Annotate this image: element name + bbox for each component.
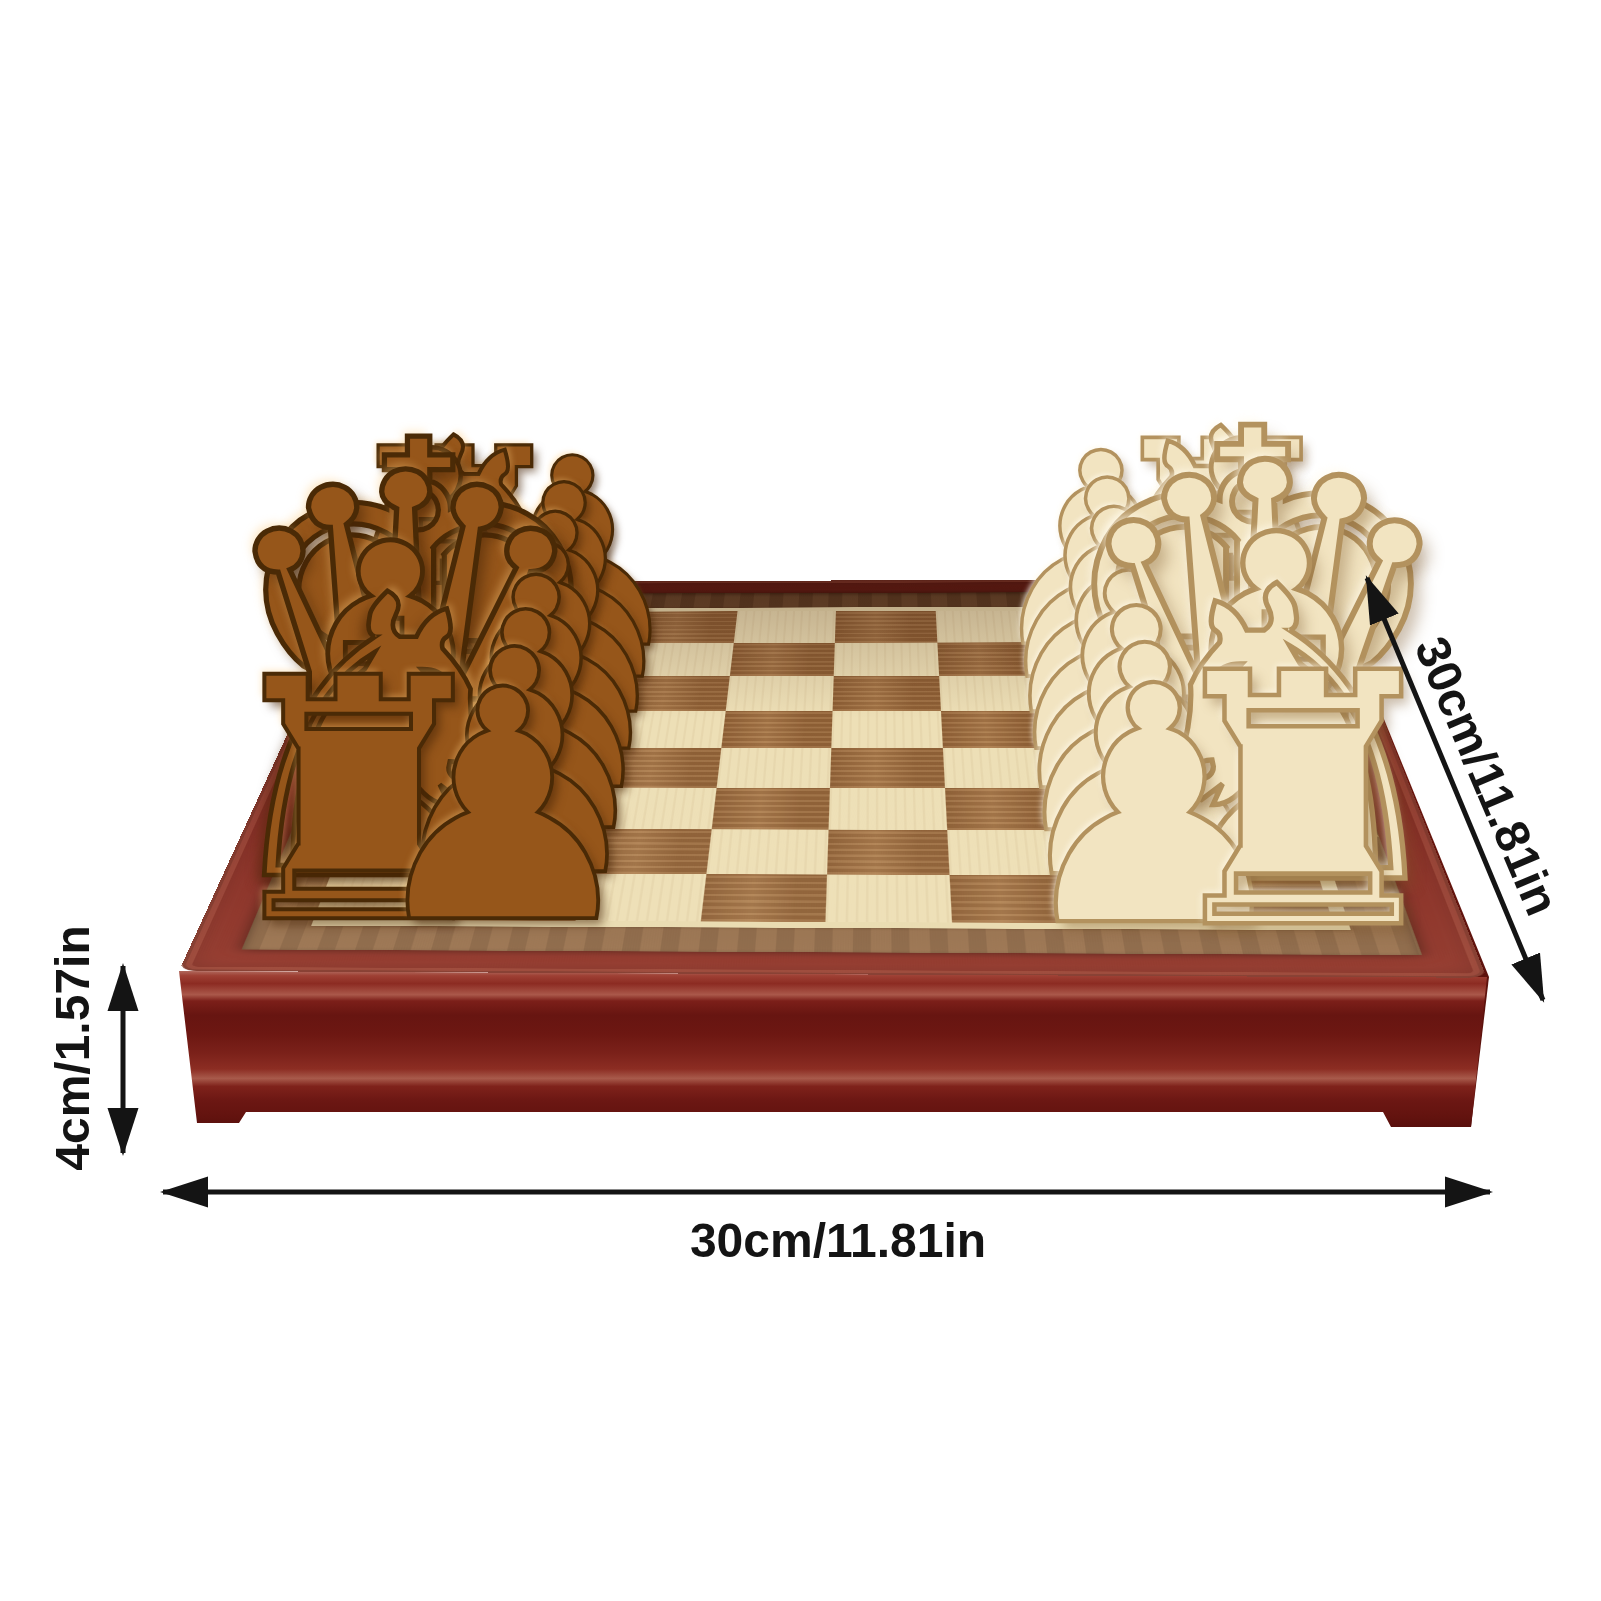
square-e1 xyxy=(1158,711,1279,749)
square-e7 xyxy=(501,711,618,748)
square-c7 xyxy=(478,787,603,829)
square-b2 xyxy=(1065,830,1194,875)
square-g5 xyxy=(729,643,835,676)
square-d1 xyxy=(1166,748,1291,788)
square-d2 xyxy=(1054,748,1175,788)
square-d4 xyxy=(830,748,944,788)
square-e2 xyxy=(1049,711,1166,748)
square-d5 xyxy=(716,748,831,788)
chessboard xyxy=(179,579,1487,978)
square-a2 xyxy=(1071,875,1205,923)
square-g7 xyxy=(522,643,632,676)
checkerboard-field xyxy=(328,610,1333,924)
square-c1 xyxy=(1175,788,1304,831)
square-a4 xyxy=(825,874,951,922)
square-h4 xyxy=(835,611,937,643)
square-d8 xyxy=(378,748,502,787)
square-e5 xyxy=(721,711,833,748)
square-g3 xyxy=(937,642,1044,675)
square-f6 xyxy=(618,676,729,711)
square-b8 xyxy=(346,829,478,874)
square-c6 xyxy=(594,787,716,829)
square-a6 xyxy=(576,874,706,922)
square-g8 xyxy=(419,643,532,676)
square-e8 xyxy=(392,711,512,748)
square-f3 xyxy=(939,676,1049,711)
square-d6 xyxy=(603,748,721,787)
square-h8 xyxy=(431,612,540,643)
square-c5 xyxy=(711,788,830,830)
square-g2 xyxy=(1039,642,1149,676)
square-c2 xyxy=(1059,788,1184,830)
square-a8 xyxy=(328,873,465,921)
square-h7 xyxy=(531,612,638,644)
square-b3 xyxy=(947,830,1072,875)
square-c4 xyxy=(829,788,947,830)
square-f8 xyxy=(406,676,522,711)
square-a5 xyxy=(700,874,827,922)
square-g6 xyxy=(625,643,733,676)
product-photo-scene: ♜♟♟♜♞♟♟♞♝♟♟♝♚♟♟♚♛♟♟♛♝♟♟♝♞♟♟♞♜♟♟♜ 30cm/11… xyxy=(0,0,1601,1601)
square-c3 xyxy=(944,788,1065,830)
square-h6 xyxy=(632,611,737,643)
square-g1 xyxy=(1142,642,1256,676)
square-d3 xyxy=(942,748,1059,788)
square-b5 xyxy=(706,829,829,874)
square-f1 xyxy=(1150,675,1267,710)
square-e6 xyxy=(611,711,725,748)
square-h2 xyxy=(1035,610,1142,642)
square-f4 xyxy=(833,676,941,711)
square-f5 xyxy=(725,676,834,711)
square-b4 xyxy=(827,830,949,875)
square-e3 xyxy=(940,711,1054,748)
square-h1 xyxy=(1135,610,1245,642)
square-a7 xyxy=(452,873,586,921)
box-base-front-face xyxy=(179,971,1487,1129)
square-h3 xyxy=(935,611,1039,643)
square-f2 xyxy=(1044,675,1158,710)
square-g4 xyxy=(834,642,939,675)
square-b6 xyxy=(585,829,711,874)
square-c8 xyxy=(362,787,490,829)
square-b1 xyxy=(1184,830,1318,875)
dimension-label-height: 4cm/1.57in xyxy=(45,925,100,1170)
square-a3 xyxy=(949,875,1078,923)
dimension-label-width: 30cm/11.81in xyxy=(690,1213,986,1268)
square-f7 xyxy=(512,676,626,711)
square-e4 xyxy=(831,711,942,748)
square-d7 xyxy=(490,748,611,787)
square-a1 xyxy=(1195,875,1334,924)
square-h5 xyxy=(733,611,836,643)
square-b7 xyxy=(465,829,594,874)
